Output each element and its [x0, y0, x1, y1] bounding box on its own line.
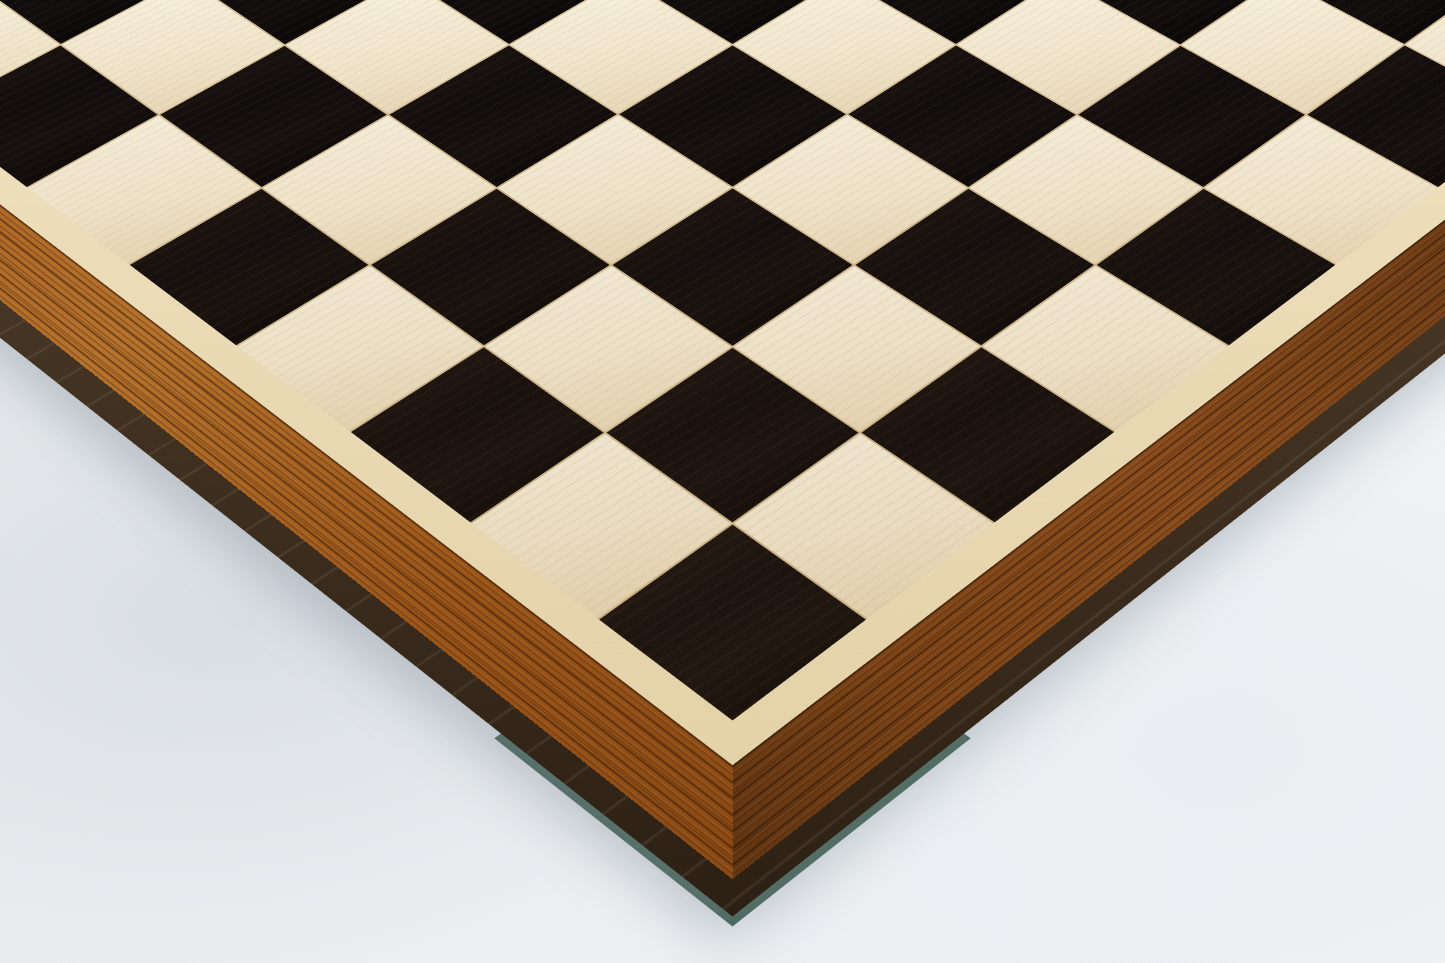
photo-backdrop: [0, 0, 1445, 963]
chessboard: [0, 0, 1445, 877]
